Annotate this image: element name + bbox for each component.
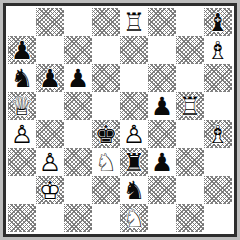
black-rook-e3[interactable]: ♜ <box>120 148 148 176</box>
chess-diagram: ♜♖♝♟♝♗♞♟♟♛♕♟♜♖♟♙♚♟♙♝♗♟♙♞♘♜♟♚♔♞♞♘ <box>0 0 240 240</box>
square-a7[interactable]: ♟ <box>8 36 36 64</box>
square-b7[interactable] <box>36 36 64 64</box>
white-piece-outline: ♙ <box>8 120 36 148</box>
white-piece-outline: ♗ <box>204 36 232 64</box>
square-b3[interactable]: ♟♙ <box>36 148 64 176</box>
black-pawn-f5[interactable]: ♟ <box>148 92 176 120</box>
square-d4[interactable]: ♚ <box>92 120 120 148</box>
board-frame: ♜♖♝♟♝♗♞♟♟♛♕♟♜♖♟♙♚♟♙♝♗♟♙♞♘♜♟♚♔♞♞♘ <box>3 3 237 237</box>
chess-board: ♜♖♝♟♝♗♞♟♟♛♕♟♜♖♟♙♚♟♙♝♗♟♙♞♘♜♟♚♔♞♞♘ <box>8 8 232 232</box>
square-c4[interactable] <box>64 120 92 148</box>
square-e1[interactable]: ♞♘ <box>120 204 148 232</box>
white-piece-outline: ♙ <box>36 148 64 176</box>
square-e2[interactable]: ♞ <box>120 176 148 204</box>
square-e6[interactable] <box>120 64 148 92</box>
square-a8[interactable] <box>8 8 36 36</box>
square-g4[interactable] <box>176 120 204 148</box>
square-f1[interactable] <box>148 204 176 232</box>
square-c2[interactable] <box>64 176 92 204</box>
square-b5[interactable] <box>36 92 64 120</box>
white-piece-outline: ♖ <box>120 8 148 36</box>
square-d8[interactable] <box>92 8 120 36</box>
square-b6[interactable]: ♟ <box>36 64 64 92</box>
square-h6[interactable] <box>204 64 232 92</box>
black-piece-glyph: ♟ <box>148 92 176 120</box>
square-f2[interactable] <box>148 176 176 204</box>
white-bishop-h4[interactable]: ♝♗ <box>204 120 232 148</box>
square-h3[interactable] <box>204 148 232 176</box>
black-knight-a6[interactable]: ♞ <box>8 64 36 92</box>
square-a5[interactable]: ♛♕ <box>8 92 36 120</box>
white-bishop-h7[interactable]: ♝♗ <box>204 36 232 64</box>
black-piece-glyph: ♟ <box>64 64 92 92</box>
black-piece-glyph: ♜ <box>120 148 148 176</box>
square-d2[interactable] <box>92 176 120 204</box>
square-d7[interactable] <box>92 36 120 64</box>
square-f4[interactable] <box>148 120 176 148</box>
square-h8[interactable]: ♝ <box>204 8 232 36</box>
square-g5[interactable]: ♜♖ <box>176 92 204 120</box>
white-piece-outline: ♕ <box>8 92 36 120</box>
white-piece-outline: ♙ <box>120 120 148 148</box>
square-d1[interactable] <box>92 204 120 232</box>
black-pawn-f3[interactable]: ♟ <box>148 148 176 176</box>
square-b8[interactable] <box>36 8 64 36</box>
square-c8[interactable] <box>64 8 92 36</box>
square-c6[interactable]: ♟ <box>64 64 92 92</box>
square-h2[interactable] <box>204 176 232 204</box>
black-piece-glyph: ♞ <box>8 64 36 92</box>
square-f7[interactable] <box>148 36 176 64</box>
black-bishop-h8[interactable]: ♝ <box>204 8 232 36</box>
square-f3[interactable]: ♟ <box>148 148 176 176</box>
square-b4[interactable] <box>36 120 64 148</box>
square-e7[interactable] <box>120 36 148 64</box>
white-pawn-e4[interactable]: ♟♙ <box>120 120 148 148</box>
black-pawn-a7[interactable]: ♟ <box>8 36 36 64</box>
square-h7[interactable]: ♝♗ <box>204 36 232 64</box>
square-c7[interactable] <box>64 36 92 64</box>
white-piece-outline: ♘ <box>92 148 120 176</box>
square-f6[interactable] <box>148 64 176 92</box>
square-h4[interactable]: ♝♗ <box>204 120 232 148</box>
square-a3[interactable] <box>8 148 36 176</box>
black-king-d4[interactable]: ♚ <box>92 120 120 148</box>
black-piece-glyph: ♞ <box>120 176 148 204</box>
white-piece-outline: ♗ <box>204 120 232 148</box>
square-c5[interactable] <box>64 92 92 120</box>
square-c1[interactable] <box>64 204 92 232</box>
black-piece-glyph: ♟ <box>148 148 176 176</box>
square-a1[interactable] <box>8 204 36 232</box>
square-e8[interactable]: ♜♖ <box>120 8 148 36</box>
square-e3[interactable]: ♜ <box>120 148 148 176</box>
white-piece-outline: ♔ <box>36 176 64 204</box>
white-pawn-b3[interactable]: ♟♙ <box>36 148 64 176</box>
square-d6[interactable] <box>92 64 120 92</box>
square-g1[interactable] <box>176 204 204 232</box>
square-a2[interactable] <box>8 176 36 204</box>
square-e4[interactable]: ♟♙ <box>120 120 148 148</box>
white-rook-g5[interactable]: ♜♖ <box>176 92 204 120</box>
square-g8[interactable] <box>176 8 204 36</box>
square-a4[interactable]: ♟♙ <box>8 120 36 148</box>
white-rook-e8[interactable]: ♜♖ <box>120 8 148 36</box>
white-piece-outline: ♖ <box>176 92 204 120</box>
square-h1[interactable] <box>204 204 232 232</box>
white-knight-e1[interactable]: ♞♘ <box>120 204 148 232</box>
black-piece-glyph: ♟ <box>36 64 64 92</box>
white-knight-d3[interactable]: ♞♘ <box>92 148 120 176</box>
square-d3[interactable]: ♞♘ <box>92 148 120 176</box>
white-pawn-a4[interactable]: ♟♙ <box>8 120 36 148</box>
square-f8[interactable] <box>148 8 176 36</box>
square-g7[interactable] <box>176 36 204 64</box>
square-g3[interactable] <box>176 148 204 176</box>
black-knight-e2[interactable]: ♞ <box>120 176 148 204</box>
black-piece-glyph: ♟ <box>8 36 36 64</box>
black-piece-glyph: ♚ <box>92 120 120 148</box>
square-b2[interactable]: ♚♔ <box>36 176 64 204</box>
black-pawn-c6[interactable]: ♟ <box>64 64 92 92</box>
square-g2[interactable] <box>176 176 204 204</box>
white-king-b2[interactable]: ♚♔ <box>36 176 64 204</box>
square-c3[interactable] <box>64 148 92 176</box>
square-d5[interactable] <box>92 92 120 120</box>
white-queen-a5[interactable]: ♛♕ <box>8 92 36 120</box>
square-e5[interactable] <box>120 92 148 120</box>
square-f5[interactable]: ♟ <box>148 92 176 120</box>
square-a6[interactable]: ♞ <box>8 64 36 92</box>
square-h5[interactable] <box>204 92 232 120</box>
black-piece-glyph: ♝ <box>204 8 232 36</box>
white-piece-outline: ♘ <box>120 204 148 232</box>
square-b1[interactable] <box>36 204 64 232</box>
black-pawn-b6[interactable]: ♟ <box>36 64 64 92</box>
square-g6[interactable] <box>176 64 204 92</box>
